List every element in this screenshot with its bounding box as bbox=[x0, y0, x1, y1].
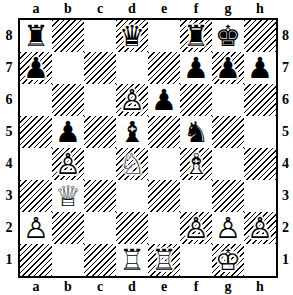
piece-white-king[interactable]: ♔ bbox=[215, 246, 241, 275]
file-label-b: b bbox=[52, 0, 84, 18]
square-h4[interactable] bbox=[244, 148, 276, 180]
square-a1[interactable] bbox=[20, 244, 52, 276]
piece-white-pawn[interactable]: ♙ bbox=[215, 214, 241, 243]
square-e8[interactable] bbox=[148, 20, 180, 52]
piece-white-queen[interactable]: ♕ bbox=[55, 182, 81, 211]
square-h7[interactable]: ♟ bbox=[244, 52, 276, 84]
square-e6[interactable]: ♟ bbox=[148, 84, 180, 116]
rank-label-8: 8 bbox=[278, 20, 293, 52]
piece-white-pawn[interactable]: ♙ bbox=[247, 214, 273, 243]
file-label-h: h bbox=[244, 0, 276, 18]
square-a5[interactable] bbox=[20, 116, 52, 148]
rank-label-1: 1 bbox=[278, 244, 293, 276]
square-d7[interactable] bbox=[116, 52, 148, 84]
file-label-e: e bbox=[148, 0, 180, 18]
square-e2[interactable] bbox=[148, 212, 180, 244]
rank-label-2: 2 bbox=[0, 212, 18, 244]
rank-label-6: 6 bbox=[0, 84, 18, 116]
square-c6[interactable] bbox=[84, 84, 116, 116]
file-label-g: g bbox=[212, 278, 244, 295]
file-label-c: c bbox=[84, 278, 116, 295]
square-g3[interactable] bbox=[212, 180, 244, 212]
square-g5[interactable] bbox=[212, 116, 244, 148]
square-a3[interactable] bbox=[20, 180, 52, 212]
square-a2[interactable]: ♙ bbox=[20, 212, 52, 244]
piece-black-pawn[interactable]: ♟ bbox=[55, 118, 81, 147]
file-label-c: c bbox=[84, 0, 116, 18]
square-c2[interactable] bbox=[84, 212, 116, 244]
rank-labels-left: 87654321 bbox=[0, 20, 18, 276]
rank-label-3: 3 bbox=[0, 180, 18, 212]
piece-black-knight[interactable]: ♞ bbox=[183, 118, 209, 147]
file-label-e: e bbox=[148, 278, 180, 295]
square-f6[interactable] bbox=[180, 84, 212, 116]
square-f7[interactable]: ♟ bbox=[180, 52, 212, 84]
square-b6[interactable] bbox=[52, 84, 84, 116]
board: ♜♛♜♚♟♟♟♟♙♟♟♝♞♙♘♗♕♙♙♙♙♖♖♔ bbox=[18, 18, 278, 278]
piece-white-pawn[interactable]: ♙ bbox=[119, 86, 145, 115]
piece-black-pawn[interactable]: ♟ bbox=[247, 54, 273, 83]
square-h2[interactable]: ♙ bbox=[244, 212, 276, 244]
rank-label-7: 7 bbox=[0, 52, 18, 84]
rank-labels-right: 87654321 bbox=[278, 20, 293, 276]
piece-black-rook[interactable]: ♜ bbox=[183, 22, 209, 51]
file-label-g: g bbox=[212, 0, 244, 18]
square-e5[interactable] bbox=[148, 116, 180, 148]
square-b2[interactable] bbox=[52, 212, 84, 244]
piece-white-bishop[interactable]: ♗ bbox=[183, 150, 209, 179]
file-label-b: b bbox=[52, 278, 84, 295]
square-f8[interactable]: ♜ bbox=[180, 20, 212, 52]
file-label-a: a bbox=[20, 0, 52, 18]
square-c4[interactable] bbox=[84, 148, 116, 180]
piece-white-pawn[interactable]: ♙ bbox=[183, 214, 209, 243]
square-g7[interactable]: ♟ bbox=[212, 52, 244, 84]
file-label-d: d bbox=[116, 278, 148, 295]
rank-label-5: 5 bbox=[278, 116, 293, 148]
square-b4[interactable]: ♙ bbox=[52, 148, 84, 180]
piece-black-pawn[interactable]: ♟ bbox=[151, 86, 177, 115]
square-g6[interactable] bbox=[212, 84, 244, 116]
square-d8[interactable]: ♛ bbox=[116, 20, 148, 52]
rank-label-4: 4 bbox=[0, 148, 18, 180]
square-h6[interactable] bbox=[244, 84, 276, 116]
square-b7[interactable] bbox=[52, 52, 84, 84]
square-c1[interactable] bbox=[84, 244, 116, 276]
piece-white-knight[interactable]: ♘ bbox=[119, 150, 145, 179]
file-label-d: d bbox=[116, 0, 148, 18]
square-d4[interactable]: ♘ bbox=[116, 148, 148, 180]
square-e1[interactable]: ♖ bbox=[148, 244, 180, 276]
piece-black-pawn[interactable]: ♟ bbox=[215, 54, 241, 83]
square-g2[interactable]: ♙ bbox=[212, 212, 244, 244]
square-f1[interactable] bbox=[180, 244, 212, 276]
square-b8[interactable] bbox=[52, 20, 84, 52]
square-h8[interactable] bbox=[244, 20, 276, 52]
rank-label-2: 2 bbox=[278, 212, 293, 244]
square-b1[interactable] bbox=[52, 244, 84, 276]
rank-label-1: 1 bbox=[0, 244, 18, 276]
file-label-f: f bbox=[180, 278, 212, 295]
square-c8[interactable] bbox=[84, 20, 116, 52]
rank-label-6: 6 bbox=[278, 84, 293, 116]
piece-white-rook[interactable]: ♖ bbox=[151, 246, 177, 275]
square-e4[interactable] bbox=[148, 148, 180, 180]
rank-label-3: 3 bbox=[278, 180, 293, 212]
square-c3[interactable] bbox=[84, 180, 116, 212]
square-d5[interactable]: ♝ bbox=[116, 116, 148, 148]
piece-black-bishop[interactable]: ♝ bbox=[119, 118, 145, 147]
piece-black-queen[interactable]: ♛ bbox=[119, 22, 145, 51]
square-e3[interactable] bbox=[148, 180, 180, 212]
square-g1[interactable]: ♔ bbox=[212, 244, 244, 276]
square-b5[interactable]: ♟ bbox=[52, 116, 84, 148]
square-f4[interactable]: ♗ bbox=[180, 148, 212, 180]
square-d3[interactable] bbox=[116, 180, 148, 212]
file-label-f: f bbox=[180, 0, 212, 18]
square-a4[interactable] bbox=[20, 148, 52, 180]
square-g4[interactable] bbox=[212, 148, 244, 180]
square-d1[interactable]: ♖ bbox=[116, 244, 148, 276]
rank-label-4: 4 bbox=[278, 148, 293, 180]
square-a7[interactable]: ♟ bbox=[20, 52, 52, 84]
square-f3[interactable] bbox=[180, 180, 212, 212]
square-h1[interactable] bbox=[244, 244, 276, 276]
square-e7[interactable] bbox=[148, 52, 180, 84]
rank-label-7: 7 bbox=[278, 52, 293, 84]
square-g8[interactable]: ♚ bbox=[212, 20, 244, 52]
chess-diagram: abcdefgh 87654321 ♜♛♜♚♟♟♟♟♙♟♟♝♞♙♘♗♕♙♙♙♙♖… bbox=[0, 0, 293, 295]
file-labels-top: abcdefgh bbox=[20, 0, 276, 18]
rank-label-5: 5 bbox=[0, 116, 18, 148]
piece-black-rook[interactable]: ♜ bbox=[23, 22, 49, 51]
file-label-h: h bbox=[244, 278, 276, 295]
square-h3[interactable] bbox=[244, 180, 276, 212]
square-a6[interactable] bbox=[20, 84, 52, 116]
square-a8[interactable]: ♜ bbox=[20, 20, 52, 52]
square-c7[interactable] bbox=[84, 52, 116, 84]
piece-white-pawn[interactable]: ♙ bbox=[23, 214, 49, 243]
rank-label-8: 8 bbox=[0, 20, 18, 52]
file-labels-bottom: abcdefgh bbox=[20, 278, 276, 295]
piece-white-pawn[interactable]: ♙ bbox=[55, 150, 81, 179]
file-label-a: a bbox=[20, 278, 52, 295]
piece-black-pawn[interactable]: ♟ bbox=[23, 54, 49, 83]
piece-black-king[interactable]: ♚ bbox=[215, 22, 241, 51]
square-d2[interactable] bbox=[116, 212, 148, 244]
square-f5[interactable]: ♞ bbox=[180, 116, 212, 148]
square-d6[interactable]: ♙ bbox=[116, 84, 148, 116]
square-c5[interactable] bbox=[84, 116, 116, 148]
square-b3[interactable]: ♕ bbox=[52, 180, 84, 212]
piece-white-rook[interactable]: ♖ bbox=[119, 246, 145, 275]
square-f2[interactable]: ♙ bbox=[180, 212, 212, 244]
piece-black-pawn[interactable]: ♟ bbox=[183, 54, 209, 83]
square-h5[interactable] bbox=[244, 116, 276, 148]
